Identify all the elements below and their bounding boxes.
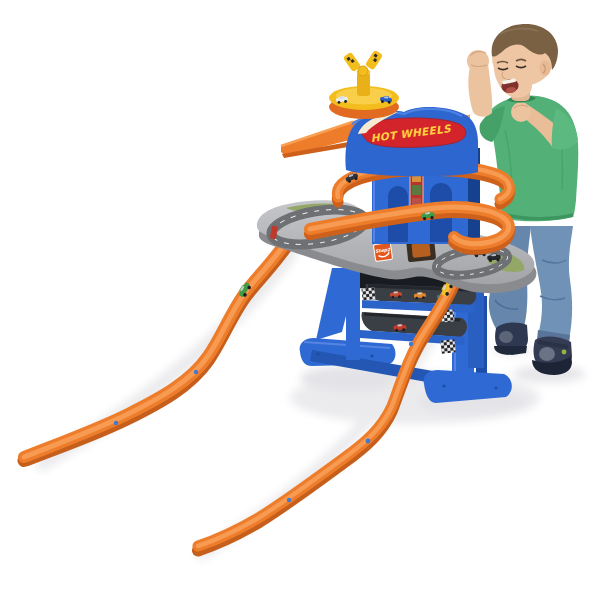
track-connector-dot	[194, 370, 198, 374]
boy-head	[492, 24, 558, 98]
track-connector-dot	[366, 439, 371, 444]
spinner-lever	[343, 50, 383, 76]
product-photo-stage: Step2	[0, 0, 600, 600]
checkered-decal	[440, 339, 455, 353]
track-connector-dot	[114, 421, 118, 425]
boy-left-shoe	[494, 323, 528, 355]
track-left	[24, 241, 287, 461]
track-connector-dot	[287, 498, 291, 502]
boy-right-leg	[530, 226, 573, 340]
storage-shelf-upper	[362, 284, 476, 313]
track-connector-dot	[409, 342, 413, 346]
toy-playset: Step2	[24, 50, 536, 551]
shelf-left-upright	[346, 262, 360, 360]
scene-photo: Step2	[0, 0, 600, 600]
boy-right-shoe	[532, 336, 572, 375]
boy-left-forearm	[468, 64, 492, 117]
checkered-decal	[361, 287, 375, 300]
step2-badge: Step2	[373, 242, 392, 261]
spinner-topper	[329, 50, 399, 119]
boy-right-sleeve	[552, 108, 578, 150]
